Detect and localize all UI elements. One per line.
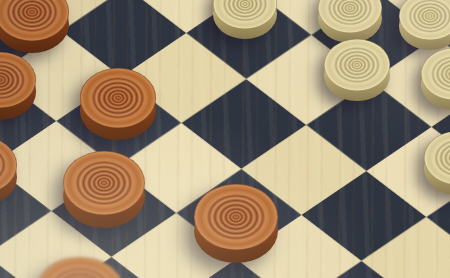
checker-piece-brown[interactable] [0,52,36,120]
piece-face-rings [324,39,390,90]
checker-piece-cream[interactable] [421,48,450,110]
checker-piece-brown[interactable] [0,0,69,53]
checker-piece-brown[interactable] [0,136,17,206]
checker-piece-brown[interactable] [194,184,278,263]
piece-face-rings [36,257,124,278]
checker-piece-cream[interactable] [324,39,390,101]
pieces-layer [0,0,450,278]
checker-piece-cream[interactable] [213,0,277,39]
piece-face-rings [194,184,278,250]
checker-piece-cream[interactable] [399,0,450,50]
checker-piece-cream[interactable] [318,0,382,43]
checker-piece-brown[interactable] [36,257,124,278]
piece-face-rings [63,151,145,215]
checker-piece-brown[interactable] [63,151,145,228]
piece-face-rings [80,68,156,127]
checker-piece-cream[interactable] [424,131,450,195]
checker-piece-brown[interactable] [80,68,156,139]
checkers-scene [0,0,450,278]
